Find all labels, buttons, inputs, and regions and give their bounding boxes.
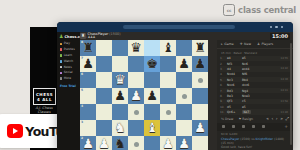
square-g4[interactable]	[176, 104, 192, 120]
black-king-e7[interactable]: ♚	[144, 56, 160, 72]
legal-move-dot-d4[interactable]	[134, 110, 139, 115]
square-d8[interactable]: ♛	[128, 40, 144, 56]
panel-tabs: ▸Game✚New♟Players	[217, 40, 293, 49]
rank-label-3: 3	[81, 121, 83, 124]
square-e4[interactable]	[144, 104, 160, 120]
chess4all-badge: CHESS 4 ALL	[33, 88, 56, 105]
opponent-rating: (1500)	[109, 32, 120, 36]
square-f5[interactable]	[160, 88, 176, 104]
legal-move-dot-f4[interactable]	[166, 110, 171, 115]
class-central-icon: cc	[223, 4, 235, 16]
address-bar[interactable]	[123, 25, 235, 30]
square-e5[interactable]: ♟	[144, 88, 160, 104]
chat-tool-icon[interactable]	[262, 125, 265, 128]
chesscom-logo[interactable]: ♟ Chess.com	[57, 32, 80, 41]
nav-arrow[interactable]: «	[266, 116, 269, 121]
watch-icon	[60, 60, 63, 63]
square-f8[interactable]: ♝	[160, 40, 176, 56]
square-f3[interactable]	[160, 120, 176, 136]
black-pawn-g7[interactable]: ♟	[176, 56, 192, 72]
white-pawn-d5[interactable]: ♟	[128, 88, 144, 104]
square-g7[interactable]: ♟	[176, 56, 192, 72]
resign-button[interactable]: ⚑ Resign	[238, 117, 253, 121]
pawn-logo-icon: ♟	[59, 34, 63, 39]
square-f4[interactable]	[160, 104, 176, 120]
black-rook-a8[interactable]: ♜	[80, 40, 96, 56]
social-icon	[60, 72, 63, 75]
square-e8[interactable]	[144, 40, 160, 56]
square-a7[interactable]: 7♟	[80, 56, 96, 72]
chat-tool-icon[interactable]	[222, 125, 225, 128]
square-d4[interactable]	[128, 104, 144, 120]
window-controls[interactable]	[270, 26, 283, 28]
youtube-play-icon	[7, 124, 23, 138]
white-knight-c3[interactable]: ♞	[112, 120, 128, 136]
square-d2[interactable]	[128, 136, 144, 150]
square-h4[interactable]	[192, 104, 208, 120]
square-b6[interactable]	[96, 72, 112, 88]
square-a5[interactable]: 5	[80, 88, 96, 104]
chat-area: NEW GAME ChessPlayer (1500) vs KnightRid…	[217, 131, 293, 150]
black-knight-c2[interactable]: ♞	[112, 136, 128, 150]
square-c8[interactable]	[112, 40, 128, 56]
square-a2[interactable]: 2♟	[80, 136, 96, 150]
opponent-avatar[interactable]: ♜	[80, 33, 86, 39]
learn-icon	[60, 54, 63, 57]
square-g5[interactable]	[176, 88, 192, 104]
chesscom-sidebar: ♟ Chess.com PlayPuzzlesLearnWatchNewsSoc…	[57, 32, 80, 150]
class-central-logo: cc class central	[223, 4, 296, 16]
rank-label-4: 4	[81, 105, 83, 108]
sidebar-item-free-trial[interactable]: Free Trial	[57, 81, 80, 88]
square-h3[interactable]: ♟	[192, 120, 208, 136]
tab-players[interactable]: ♟Players	[257, 42, 273, 46]
play-icon	[60, 43, 63, 46]
white-pawn-h3[interactable]: ♟	[192, 120, 208, 136]
square-h5[interactable]	[192, 88, 208, 104]
chat-add-icon[interactable]: +	[284, 125, 288, 129]
rank-label-5: 5	[81, 89, 83, 92]
chat-tool-icon[interactable]	[252, 125, 255, 128]
chat-text: (1500) vs	[239, 137, 255, 141]
square-f2[interactable]: ♟	[160, 136, 176, 150]
square-c3[interactable]: ♞	[112, 120, 128, 136]
square-d7[interactable]	[128, 56, 144, 72]
puzzles-icon	[60, 48, 63, 51]
square-h8[interactable]: ♜	[192, 40, 208, 56]
chat-player-link[interactable]: KnightRider	[256, 137, 274, 141]
browser-titlebar	[57, 22, 293, 32]
panel-scrollbar[interactable]	[290, 43, 292, 145]
chat-header: NEW GAME	[221, 133, 289, 136]
class-central-text: class central	[238, 5, 296, 15]
square-b8[interactable]	[96, 40, 112, 56]
square-b3[interactable]	[96, 120, 112, 136]
legal-move-dot-h6[interactable]	[198, 78, 203, 83]
black-bishop-f8[interactable]: ♝	[160, 40, 176, 56]
nav-arrow[interactable]: ›	[276, 116, 278, 121]
chat-game-line: ChessPlayer (1500) vs KnightRider (1480)…	[221, 137, 289, 145]
square-g8[interactable]	[176, 40, 192, 56]
square-b5[interactable]	[96, 88, 112, 104]
more-icon	[60, 77, 63, 80]
news-icon	[60, 66, 63, 69]
black-pawn-a7[interactable]: ♟	[80, 56, 96, 72]
game-panel: ▸Game✚New♟Players 15 min · Rated · Stand…	[217, 40, 293, 150]
black-pawn-e5[interactable]: ♟	[144, 88, 160, 104]
square-c7[interactable]	[112, 56, 128, 72]
square-c6[interactable]: ♛	[112, 72, 128, 88]
square-f6[interactable]	[160, 72, 176, 88]
square-d5[interactable]: ♟	[128, 88, 144, 104]
chess-board[interactable]: 8♜♛♝♜7♟♚♟♟6♛5♟♟♟43♞♝♟2♟♟♞♟♟	[80, 40, 208, 150]
white-pawn-g2[interactable]: ♟	[176, 136, 192, 150]
square-a3[interactable]: 3	[80, 120, 96, 136]
players-tab-icon: ♟	[257, 42, 260, 46]
square-e2[interactable]	[144, 136, 160, 150]
square-b7[interactable]	[96, 56, 112, 72]
square-d3[interactable]	[128, 120, 144, 136]
black-pawn-c5[interactable]: ♟	[112, 88, 128, 104]
square-e3[interactable]: ♝	[144, 120, 160, 136]
chat-tool-icon[interactable]	[242, 125, 245, 128]
game-controls: ½ Draw ⚑ Resign «‹›»⤢	[217, 115, 293, 123]
black-rook-h8[interactable]: ♜	[192, 40, 208, 56]
nav-arrow[interactable]: ‹	[272, 116, 274, 121]
chat-tool-icon[interactable]	[232, 125, 235, 128]
new-tab-icon: ✚	[240, 42, 243, 46]
square-b2[interactable]: ♟	[96, 136, 112, 150]
nav-arrow[interactable]: ⤢	[285, 116, 289, 121]
white-pawn-f2[interactable]: ♟	[160, 136, 176, 150]
draw-button[interactable]: ½ Draw	[221, 117, 233, 121]
square-h7[interactable]: ♟	[192, 56, 208, 72]
rank-label-6: 6	[81, 73, 83, 76]
chess4all-line2: 4 ALL	[37, 97, 52, 102]
square-h2[interactable]	[192, 136, 208, 150]
tab-new[interactable]: ✚New	[240, 42, 251, 46]
square-e6[interactable]	[144, 72, 160, 88]
square-g6[interactable]	[176, 72, 192, 88]
square-e7[interactable]: ♚	[144, 56, 160, 72]
move-nav-arrows[interactable]: «‹›»⤢	[266, 116, 289, 121]
black-pawn-h7[interactable]: ♟	[192, 56, 208, 72]
white-bishop-e3[interactable]: ♝	[144, 120, 160, 136]
chat-message: Good luck, have fun!	[221, 145, 289, 149]
square-c2[interactable]: ♞	[112, 136, 128, 150]
square-f7[interactable]	[160, 56, 176, 72]
chat-toolbar: +	[217, 123, 293, 131]
square-c5[interactable]: ♟	[112, 88, 128, 104]
white-queen-c6[interactable]: ♛	[112, 72, 128, 88]
nav-arrow[interactable]: »	[280, 116, 283, 121]
square-a6[interactable]: 6	[80, 72, 96, 88]
legal-move-dot-d2[interactable]	[134, 142, 139, 147]
white-pawn-b2[interactable]: ♟	[96, 136, 112, 150]
move-list[interactable]: 1.e4e514:552.Nf3Nc63.d4exd414:424.Nxd4Nf…	[217, 56, 293, 115]
square-g3[interactable]	[176, 120, 192, 136]
square-b4[interactable]	[96, 104, 112, 120]
square-a8[interactable]: 8♜	[80, 40, 96, 56]
tab-game[interactable]: ▸Game	[221, 42, 234, 46]
white-pawn-a2[interactable]: ♟	[80, 136, 96, 150]
game-tab-icon: ▸	[221, 42, 223, 46]
legal-move-dot-g5[interactable]	[182, 94, 187, 99]
square-h6[interactable]	[192, 72, 208, 88]
square-a4[interactable]: 4	[80, 104, 96, 120]
instructor-signature: A.J. Chess Classes	[31, 106, 57, 114]
square-c4[interactable]	[112, 104, 128, 120]
black-queen-d8[interactable]: ♛	[128, 40, 144, 56]
square-d6[interactable]	[128, 72, 144, 88]
browser-window: ♟ Chess.com PlayPuzzlesLearnWatchNewsSoc…	[57, 22, 293, 150]
square-g2[interactable]: ♟	[176, 136, 192, 150]
opponent-clock: 15:00	[217, 32, 290, 40]
